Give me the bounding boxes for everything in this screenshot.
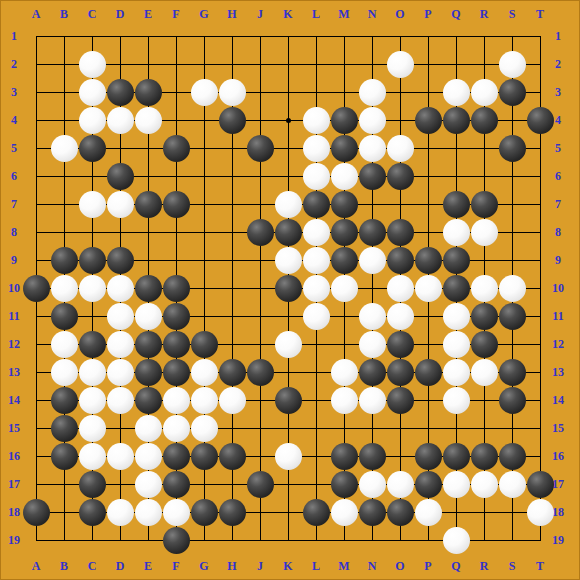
black-stone-M8[interactable] [331,219,358,246]
black-stone-D6[interactable] [107,163,134,190]
black-stone-S11[interactable] [499,303,526,330]
black-stone-O8[interactable] [387,219,414,246]
black-stone-D9[interactable] [107,247,134,274]
white-stone-G3[interactable] [191,79,218,106]
col-label-top-M: M [332,7,356,21]
white-stone-C10[interactable] [79,275,106,302]
black-stone-B14[interactable] [51,387,78,414]
black-stone-R7[interactable] [471,191,498,218]
col-label-bottom-C: C [80,559,104,573]
white-stone-D10[interactable] [107,275,134,302]
white-stone-L6[interactable] [303,163,330,190]
row-label-left-12: 12 [2,337,26,351]
col-label-bottom-D: D [108,559,132,573]
black-stone-H16[interactable] [219,443,246,470]
black-stone-N18[interactable] [359,499,386,526]
row-label-left-9: 9 [2,253,26,267]
black-stone-F5[interactable] [163,135,190,162]
white-stone-M13[interactable] [331,359,358,386]
black-stone-G16[interactable] [191,443,218,470]
black-stone-E3[interactable] [135,79,162,106]
white-stone-D12[interactable] [107,331,134,358]
white-stone-C14[interactable] [79,387,106,414]
row-label-left-7: 7 [2,197,26,211]
white-stone-F18[interactable] [163,499,190,526]
row-label-right-2: 2 [546,57,570,71]
white-stone-Q8[interactable] [443,219,470,246]
white-stone-N4[interactable] [359,107,386,134]
white-stone-N14[interactable] [359,387,386,414]
row-label-right-9: 9 [546,253,570,267]
row-label-left-1: 1 [2,29,26,43]
col-label-top-H: H [220,7,244,21]
black-stone-Q16[interactable] [443,443,470,470]
white-stone-L11[interactable] [303,303,330,330]
row-label-left-6: 6 [2,169,26,183]
black-stone-F16[interactable] [163,443,190,470]
row-label-left-16: 16 [2,449,26,463]
black-stone-D3[interactable] [107,79,134,106]
black-stone-F11[interactable] [163,303,190,330]
black-stone-M16[interactable] [331,443,358,470]
col-label-bottom-O: O [388,559,412,573]
white-stone-L10[interactable] [303,275,330,302]
white-stone-D13[interactable] [107,359,134,386]
col-label-bottom-P: P [416,559,440,573]
black-stone-S5[interactable] [499,135,526,162]
row-label-right-19: 19 [546,533,570,547]
white-stone-L8[interactable] [303,219,330,246]
black-stone-Q10[interactable] [443,275,470,302]
white-stone-P18[interactable] [415,499,442,526]
col-label-top-P: P [416,7,440,21]
col-label-bottom-Q: Q [444,559,468,573]
black-stone-C5[interactable] [79,135,106,162]
white-stone-R13[interactable] [471,359,498,386]
black-stone-R12[interactable] [471,331,498,358]
white-stone-O10[interactable] [387,275,414,302]
white-stone-M18[interactable] [331,499,358,526]
white-stone-B10[interactable] [51,275,78,302]
white-stone-O5[interactable] [387,135,414,162]
row-label-right-11: 11 [546,309,570,323]
white-stone-S2[interactable] [499,51,526,78]
col-label-top-B: B [52,7,76,21]
white-stone-C4[interactable] [79,107,106,134]
row-label-right-14: 14 [546,393,570,407]
row-label-left-15: 15 [2,421,26,435]
white-stone-Q14[interactable] [443,387,470,414]
black-stone-Q9[interactable] [443,247,470,274]
col-label-top-C: C [80,7,104,21]
white-stone-K12[interactable] [275,331,302,358]
col-label-top-J: J [248,7,272,21]
col-label-bottom-S: S [500,559,524,573]
white-stone-O17[interactable] [387,471,414,498]
col-label-top-N: N [360,7,384,21]
row-label-left-14: 14 [2,393,26,407]
black-stone-P13[interactable] [415,359,442,386]
black-stone-K14[interactable] [275,387,302,414]
black-stone-F19[interactable] [163,527,190,554]
black-stone-S14[interactable] [499,387,526,414]
white-stone-N12[interactable] [359,331,386,358]
row-label-right-13: 13 [546,365,570,379]
white-stone-E17[interactable] [135,471,162,498]
row-label-right-3: 3 [546,85,570,99]
black-stone-J17[interactable] [247,471,274,498]
col-label-top-D: D [108,7,132,21]
white-stone-D16[interactable] [107,443,134,470]
black-stone-M7[interactable] [331,191,358,218]
black-stone-T4[interactable] [527,107,554,134]
black-stone-N6[interactable] [359,163,386,190]
col-label-top-R: R [472,7,496,21]
white-stone-N17[interactable] [359,471,386,498]
black-stone-K10[interactable] [275,275,302,302]
row-label-left-4: 4 [2,113,26,127]
white-stone-M6[interactable] [331,163,358,190]
white-stone-H3[interactable] [219,79,246,106]
row-label-right-1: 1 [546,29,570,43]
col-label-top-Q: Q [444,7,468,21]
row-label-right-16: 16 [546,449,570,463]
black-stone-G18[interactable] [191,499,218,526]
black-stone-Q7[interactable] [443,191,470,218]
black-stone-R11[interactable] [471,303,498,330]
black-stone-E14[interactable] [135,387,162,414]
black-stone-B16[interactable] [51,443,78,470]
white-stone-M14[interactable] [331,387,358,414]
black-stone-C9[interactable] [79,247,106,274]
black-stone-R16[interactable] [471,443,498,470]
white-stone-Q12[interactable] [443,331,470,358]
star-point-K4 [286,118,291,123]
black-stone-F12[interactable] [163,331,190,358]
black-stone-Q4[interactable] [443,107,470,134]
black-stone-J13[interactable] [247,359,274,386]
col-label-top-G: G [192,7,216,21]
white-stone-G14[interactable] [191,387,218,414]
white-stone-C2[interactable] [79,51,106,78]
col-label-bottom-E: E [136,559,160,573]
white-stone-H14[interactable] [219,387,246,414]
black-stone-P17[interactable] [415,471,442,498]
col-label-bottom-M: M [332,559,356,573]
black-stone-T17[interactable] [527,471,554,498]
col-label-top-S: S [500,7,524,21]
black-stone-H18[interactable] [219,499,246,526]
row-label-left-13: 13 [2,365,26,379]
col-label-top-F: F [164,7,188,21]
row-label-left-19: 19 [2,533,26,547]
black-stone-E10[interactable] [135,275,162,302]
row-label-right-10: 10 [546,281,570,295]
col-label-top-O: O [388,7,412,21]
white-stone-Q13[interactable] [443,359,470,386]
white-stone-G15[interactable] [191,415,218,442]
black-stone-H4[interactable] [219,107,246,134]
white-stone-O2[interactable] [387,51,414,78]
white-stone-E11[interactable] [135,303,162,330]
white-stone-D18[interactable] [107,499,134,526]
white-stone-S17[interactable] [499,471,526,498]
black-stone-P16[interactable] [415,443,442,470]
white-stone-C15[interactable] [79,415,106,442]
black-stone-J5[interactable] [247,135,274,162]
black-stone-S16[interactable] [499,443,526,470]
white-stone-B5[interactable] [51,135,78,162]
col-label-bottom-L: L [304,559,328,573]
row-label-right-7: 7 [546,197,570,211]
black-stone-M4[interactable] [331,107,358,134]
black-stone-B9[interactable] [51,247,78,274]
col-label-top-L: L [304,7,328,21]
white-stone-K9[interactable] [275,247,302,274]
white-stone-D11[interactable] [107,303,134,330]
col-label-bottom-R: R [472,559,496,573]
black-stone-M5[interactable] [331,135,358,162]
white-stone-K16[interactable] [275,443,302,470]
black-stone-G12[interactable] [191,331,218,358]
white-stone-L5[interactable] [303,135,330,162]
black-stone-E12[interactable] [135,331,162,358]
row-label-left-5: 5 [2,141,26,155]
black-stone-S3[interactable] [499,79,526,106]
row-label-right-15: 15 [546,421,570,435]
white-stone-E16[interactable] [135,443,162,470]
row-label-right-8: 8 [546,225,570,239]
col-label-bottom-H: H [220,559,244,573]
black-stone-L7[interactable] [303,191,330,218]
white-stone-L4[interactable] [303,107,330,134]
black-stone-M17[interactable] [331,471,358,498]
white-stone-G13[interactable] [191,359,218,386]
white-stone-D7[interactable] [107,191,134,218]
white-stone-E4[interactable] [135,107,162,134]
black-stone-R4[interactable] [471,107,498,134]
black-stone-O6[interactable] [387,163,414,190]
black-stone-A10[interactable] [23,275,50,302]
col-label-bottom-G: G [192,559,216,573]
black-stone-F10[interactable] [163,275,190,302]
white-stone-D14[interactable] [107,387,134,414]
row-label-right-6: 6 [546,169,570,183]
col-label-top-A: A [24,7,48,21]
white-stone-N9[interactable] [359,247,386,274]
white-stone-N11[interactable] [359,303,386,330]
black-stone-K8[interactable] [275,219,302,246]
col-label-bottom-A: A [24,559,48,573]
black-stone-O14[interactable] [387,387,414,414]
black-stone-F7[interactable] [163,191,190,218]
black-stone-P4[interactable] [415,107,442,134]
row-label-left-17: 17 [2,477,26,491]
black-stone-N8[interactable] [359,219,386,246]
col-label-bottom-T: T [528,559,552,573]
white-stone-Q17[interactable] [443,471,470,498]
black-stone-J8[interactable] [247,219,274,246]
black-stone-N13[interactable] [359,359,386,386]
col-label-bottom-N: N [360,559,384,573]
white-stone-O11[interactable] [387,303,414,330]
go-board-screenshot: ABCDEFGHJKLMNOPQRST ABCDEFGHJKLMNOPQRST … [0,0,580,580]
black-stone-E13[interactable] [135,359,162,386]
col-label-top-E: E [136,7,160,21]
white-stone-F15[interactable] [163,415,190,442]
black-stone-B11[interactable] [51,303,78,330]
black-stone-P9[interactable] [415,247,442,274]
row-label-left-2: 2 [2,57,26,71]
black-stone-C17[interactable] [79,471,106,498]
white-stone-R3[interactable] [471,79,498,106]
row-label-left-11: 11 [2,309,26,323]
black-stone-S13[interactable] [499,359,526,386]
white-stone-C7[interactable] [79,191,106,218]
row-label-left-3: 3 [2,85,26,99]
col-label-top-K: K [276,7,300,21]
white-stone-C13[interactable] [79,359,106,386]
white-stone-C16[interactable] [79,443,106,470]
black-stone-O12[interactable] [387,331,414,358]
white-stone-N3[interactable] [359,79,386,106]
white-stone-S10[interactable] [499,275,526,302]
row-label-right-12: 12 [546,337,570,351]
row-label-right-5: 5 [546,141,570,155]
white-stone-T18[interactable] [527,499,554,526]
col-label-bottom-J: J [248,559,272,573]
black-stone-C12[interactable] [79,331,106,358]
white-stone-Q3[interactable] [443,79,470,106]
black-stone-F17[interactable] [163,471,190,498]
black-stone-C18[interactable] [79,499,106,526]
white-stone-B12[interactable] [51,331,78,358]
black-stone-M9[interactable] [331,247,358,274]
col-label-bottom-B: B [52,559,76,573]
white-stone-E15[interactable] [135,415,162,442]
black-stone-H13[interactable] [219,359,246,386]
black-stone-O18[interactable] [387,499,414,526]
white-stone-R8[interactable] [471,219,498,246]
white-stone-M10[interactable] [331,275,358,302]
col-label-bottom-F: F [164,559,188,573]
white-stone-N5[interactable] [359,135,386,162]
white-stone-P10[interactable] [415,275,442,302]
white-stone-Q19[interactable] [443,527,470,554]
white-stone-R17[interactable] [471,471,498,498]
white-stone-B13[interactable] [51,359,78,386]
black-stone-F13[interactable] [163,359,190,386]
black-stone-O13[interactable] [387,359,414,386]
black-stone-A18[interactable] [23,499,50,526]
black-stone-O9[interactable] [387,247,414,274]
black-stone-L18[interactable] [303,499,330,526]
white-stone-D4[interactable] [107,107,134,134]
col-label-bottom-K: K [276,559,300,573]
white-stone-C3[interactable] [79,79,106,106]
white-stone-Q11[interactable] [443,303,470,330]
black-stone-B15[interactable] [51,415,78,442]
white-stone-L9[interactable] [303,247,330,274]
white-stone-E18[interactable] [135,499,162,526]
row-label-left-8: 8 [2,225,26,239]
white-stone-R10[interactable] [471,275,498,302]
black-stone-N16[interactable] [359,443,386,470]
black-stone-E7[interactable] [135,191,162,218]
white-stone-F14[interactable] [163,387,190,414]
white-stone-K7[interactable] [275,191,302,218]
col-label-top-T: T [528,7,552,21]
